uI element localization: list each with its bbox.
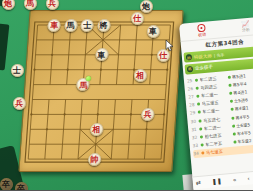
captured-piece: 馬 bbox=[24, 0, 37, 10]
piece-glyph: 士 bbox=[83, 21, 91, 29]
piece-glyph: 車 bbox=[50, 21, 58, 29]
black-move-icon bbox=[230, 108, 233, 111]
piece-glyph: 車 bbox=[98, 51, 106, 59]
captured-piece: 卒 bbox=[0, 178, 13, 191]
step-back-icon[interactable]: ‹ bbox=[247, 175, 250, 181]
move-number: 26 bbox=[187, 86, 195, 92]
black-move-icon bbox=[232, 132, 235, 135]
piece-glyph: 帥 bbox=[91, 155, 99, 163]
black-move: 士6退5 bbox=[236, 121, 253, 128]
red-move-icon bbox=[195, 78, 198, 81]
captured-piece: 卒 bbox=[15, 182, 28, 191]
black-move: 车5退2 bbox=[237, 137, 253, 144]
red-player-badge-icon: 帅 bbox=[186, 54, 193, 61]
tab-analysis[interactable]: 📈 分析 bbox=[223, 16, 253, 37]
tab-record-label: 棋谱 bbox=[198, 33, 206, 38]
black-move: 将4退1 bbox=[234, 104, 253, 111]
captured-piece: 兵 bbox=[46, 0, 59, 10]
black-move-icon bbox=[228, 83, 231, 86]
red-move: 马七退五 bbox=[206, 148, 234, 155]
captured-piece: 車 bbox=[147, 25, 160, 38]
app-move-record-panel: 棋谱 📈 分析 红方第34回合 帅 特级大师 | 先手 将 业余棋手 换 25车… bbox=[179, 16, 253, 190]
scene: 車馬士將車馬兵相帥 炮馬兵士兵炮仕車仕相卒卒 棋谱 📈 分析 红方第34回合 帅… bbox=[0, 0, 253, 190]
black-move: 车4平5 bbox=[237, 129, 253, 136]
black-move: 士5进6 bbox=[234, 96, 253, 103]
red-move-icon bbox=[198, 119, 201, 122]
move-number: 31 bbox=[191, 126, 199, 132]
piece-glyph: 相 bbox=[93, 125, 101, 133]
black-move-icon bbox=[227, 75, 230, 78]
black-move: 将5进1 bbox=[232, 72, 253, 79]
captured-piece: 士 bbox=[11, 64, 24, 77]
red-move-icon bbox=[201, 152, 204, 155]
piece-glyph: 馬 bbox=[67, 21, 75, 29]
black-move-icon bbox=[231, 124, 234, 127]
red-player-name: 特级大师 bbox=[194, 53, 212, 60]
move-number: 30 bbox=[190, 118, 198, 124]
black-move: 将4平5 bbox=[235, 113, 253, 120]
move-number: 25 bbox=[187, 77, 195, 83]
black-move: 将5平4 bbox=[232, 80, 253, 87]
red-move-icon bbox=[197, 103, 200, 106]
move-list[interactable]: 25车二进三将5进126马四进三将5平427车二退一将4进128马三退五士5进6… bbox=[184, 68, 253, 158]
captured-piece: 仕 bbox=[131, 12, 144, 25]
piece-glyph: 兵 bbox=[144, 110, 152, 118]
black-move-icon bbox=[229, 100, 232, 103]
red-player-tag: | 先手 bbox=[214, 52, 225, 58]
move-number: 27 bbox=[188, 94, 196, 100]
red-move-icon bbox=[201, 143, 204, 146]
piece-glyph: 將 bbox=[100, 21, 108, 29]
black-move-icon bbox=[231, 116, 234, 119]
fast-backward-icon[interactable]: « bbox=[233, 177, 237, 183]
mat-shadow bbox=[0, 24, 9, 71]
piece-black-general: 將 bbox=[97, 19, 111, 32]
playback-toolbar: ⇄❚❚«‹›» bbox=[192, 169, 253, 190]
piece-black-horse: 馬 bbox=[64, 19, 78, 32]
captured-piece: 炮 bbox=[140, 0, 153, 13]
red-move-icon bbox=[196, 94, 199, 97]
red-move-icon bbox=[198, 111, 201, 114]
black-player-badge-icon: 将 bbox=[187, 65, 194, 72]
black-move: 将4进1 bbox=[233, 88, 253, 95]
flip-board-icon[interactable]: ⇄ bbox=[196, 180, 202, 186]
red-move-icon bbox=[199, 127, 202, 130]
black-player-name: 业余棋手 bbox=[195, 64, 213, 71]
red-move-icon bbox=[196, 86, 199, 89]
captured-piece: 兵 bbox=[13, 97, 26, 110]
red-move-icon bbox=[200, 135, 203, 138]
tab-analysis-label: 分析 bbox=[242, 28, 250, 33]
black-move-icon bbox=[229, 92, 232, 95]
mouse-cursor bbox=[165, 40, 174, 52]
captured-piece: 炮 bbox=[2, 0, 15, 10]
move-number: 32 bbox=[192, 135, 200, 141]
piece-glyph: 馬 bbox=[79, 81, 87, 89]
black-move-icon bbox=[233, 141, 236, 144]
captured-piece: 相 bbox=[134, 69, 147, 82]
pause-icon[interactable]: ❚❚ bbox=[212, 178, 223, 185]
